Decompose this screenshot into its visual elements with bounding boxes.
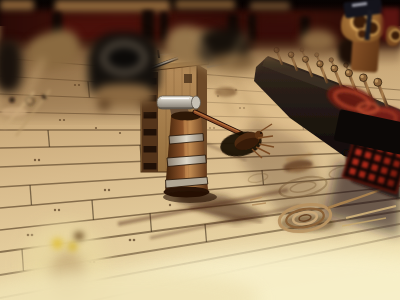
tackle-yellow-glint-1 [52,238,63,249]
cannon-left-wheel-2 [140,100,152,110]
cap-rail-4 [250,2,290,10]
cap-rail-3 [175,0,235,9]
cap-rail-1 [0,0,34,10]
carved-scrolls [330,0,400,78]
cannon-left-carriage-left [24,25,85,75]
cannon-center [183,20,273,85]
gilded-scroll-right-ring [389,29,400,42]
cannon-left-wheel-1 [98,100,110,110]
cannon-left-muzzle-ring [102,42,146,74]
tackle-yellow-glint-2 [68,242,77,251]
tackle-dark-bit [74,232,84,240]
left-edge-dark-blob [0,40,22,92]
model-ship-deck-photo: Macro photograph of a wooden model tall-… [0,0,400,300]
